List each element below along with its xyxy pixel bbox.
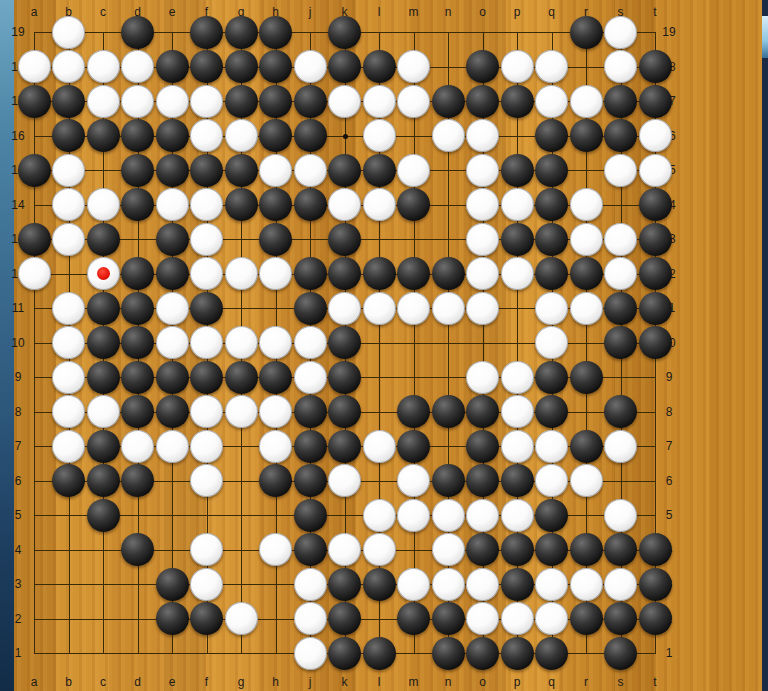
- stone-r6: [570, 464, 603, 497]
- stone-r17: [570, 85, 603, 118]
- column-label-bottom: r: [584, 676, 588, 688]
- stone-a17: [18, 85, 51, 118]
- column-label-bottom: c: [100, 676, 106, 688]
- stone-k3: [328, 568, 361, 601]
- stone-e7: [156, 430, 189, 463]
- stone-r16: [570, 119, 603, 152]
- stone-k8: [328, 395, 361, 428]
- stone-f17: [190, 85, 223, 118]
- stone-p4: [501, 533, 534, 566]
- stone-c18: [87, 50, 120, 83]
- stone-f4: [190, 533, 223, 566]
- stone-g16: [225, 119, 258, 152]
- stone-b6: [52, 464, 85, 497]
- stone-k18: [328, 50, 361, 83]
- stone-g10: [225, 326, 258, 359]
- grid-vertical-line: [414, 32, 415, 654]
- stone-q8: [535, 395, 568, 428]
- stone-r11: [570, 292, 603, 325]
- stone-m3: [397, 568, 430, 601]
- row-label-right: 8: [666, 406, 673, 418]
- stone-h14: [259, 188, 292, 221]
- stone-s4: [604, 533, 637, 566]
- row-label-left: 11: [12, 302, 24, 314]
- stone-k10: [328, 326, 361, 359]
- stone-n5: [432, 499, 465, 532]
- stone-j1: [294, 637, 327, 670]
- stone-m15: [397, 154, 430, 187]
- stone-r3: [570, 568, 603, 601]
- stone-d8: [121, 395, 154, 428]
- stone-h19: [259, 16, 292, 49]
- stone-p3: [501, 568, 534, 601]
- stone-t4: [639, 533, 672, 566]
- stone-l14: [363, 188, 396, 221]
- row-label-left: 19: [11, 26, 24, 38]
- column-label-bottom: l: [378, 676, 381, 688]
- stone-q14: [535, 188, 568, 221]
- column-label-bottom: m: [409, 676, 419, 688]
- column-label-bottom: d: [134, 676, 141, 688]
- stone-g9: [225, 361, 258, 394]
- row-label-right: 1: [666, 647, 673, 659]
- column-label-bottom: b: [65, 676, 72, 688]
- stone-f2: [190, 602, 223, 635]
- stone-l18: [363, 50, 396, 83]
- stone-a15: [18, 154, 51, 187]
- stone-s15: [604, 154, 637, 187]
- stone-f16: [190, 119, 223, 152]
- stone-b19: [52, 16, 85, 49]
- stone-t16: [639, 119, 672, 152]
- stone-o8: [466, 395, 499, 428]
- stone-e13: [156, 223, 189, 256]
- stone-q16: [535, 119, 568, 152]
- stone-k7: [328, 430, 361, 463]
- stone-f12: [190, 257, 223, 290]
- stone-q12: [535, 257, 568, 290]
- stone-b9: [52, 361, 85, 394]
- stone-q13: [535, 223, 568, 256]
- stone-m14: [397, 188, 430, 221]
- row-label-left: 14: [11, 199, 24, 211]
- stone-t3: [639, 568, 672, 601]
- go-game-screen: aa1919bb1818cc1717dd1616ee1515ff1414gg13…: [0, 0, 768, 691]
- stone-o16: [466, 119, 499, 152]
- stone-j14: [294, 188, 327, 221]
- column-label-top: o: [479, 6, 486, 18]
- stone-t13: [639, 223, 672, 256]
- stone-p14: [501, 188, 534, 221]
- column-label-top: t: [653, 6, 656, 18]
- stone-j4: [294, 533, 327, 566]
- stone-b15: [52, 154, 85, 187]
- stone-h15: [259, 154, 292, 187]
- stone-r7: [570, 430, 603, 463]
- stone-o2: [466, 602, 499, 635]
- row-label-left: 8: [15, 406, 22, 418]
- stone-l11: [363, 292, 396, 325]
- stone-k1: [328, 637, 361, 670]
- stone-f10: [190, 326, 223, 359]
- stone-n1: [432, 637, 465, 670]
- stone-f3: [190, 568, 223, 601]
- stone-e2: [156, 602, 189, 635]
- stone-d12: [121, 257, 154, 290]
- stone-e12: [156, 257, 189, 290]
- stone-o6: [466, 464, 499, 497]
- stone-d11: [121, 292, 154, 325]
- stone-n3: [432, 568, 465, 601]
- stone-c5: [87, 499, 120, 532]
- stone-k17: [328, 85, 361, 118]
- stone-b8: [52, 395, 85, 428]
- stone-e16: [156, 119, 189, 152]
- row-label-right: 19: [662, 26, 675, 38]
- stone-b16: [52, 119, 85, 152]
- stone-d19: [121, 16, 154, 49]
- stone-e3: [156, 568, 189, 601]
- stone-n11: [432, 292, 465, 325]
- stone-d16: [121, 119, 154, 152]
- stone-j9: [294, 361, 327, 394]
- stone-o15: [466, 154, 499, 187]
- stone-e10: [156, 326, 189, 359]
- stone-m11: [397, 292, 430, 325]
- column-label-bottom: q: [548, 676, 555, 688]
- stone-q10: [535, 326, 568, 359]
- stone-m12: [397, 257, 430, 290]
- stone-j6: [294, 464, 327, 497]
- stone-n2: [432, 602, 465, 635]
- stone-t11: [639, 292, 672, 325]
- stone-a18: [18, 50, 51, 83]
- stone-d4: [121, 533, 154, 566]
- column-label-top: e: [169, 6, 176, 18]
- column-label-bottom: a: [31, 676, 38, 688]
- stone-p17: [501, 85, 534, 118]
- stone-s16: [604, 119, 637, 152]
- stone-k12: [328, 257, 361, 290]
- column-label-top: j: [309, 6, 312, 18]
- stone-c7: [87, 430, 120, 463]
- column-label-top: q: [548, 6, 555, 18]
- stone-j16: [294, 119, 327, 152]
- row-label-left: 5: [15, 509, 22, 521]
- stone-m5: [397, 499, 430, 532]
- column-label-bottom: n: [445, 676, 452, 688]
- stone-r14: [570, 188, 603, 221]
- stone-c17: [87, 85, 120, 118]
- stone-n6: [432, 464, 465, 497]
- stone-d9: [121, 361, 154, 394]
- stone-h16: [259, 119, 292, 152]
- stone-b11: [52, 292, 85, 325]
- stone-o12: [466, 257, 499, 290]
- stone-g14: [225, 188, 258, 221]
- stone-q17: [535, 85, 568, 118]
- stone-q3: [535, 568, 568, 601]
- stone-m18: [397, 50, 430, 83]
- stone-f9: [190, 361, 223, 394]
- stone-e11: [156, 292, 189, 325]
- stone-p15: [501, 154, 534, 187]
- stone-n17: [432, 85, 465, 118]
- stone-f19: [190, 16, 223, 49]
- stone-k14: [328, 188, 361, 221]
- stone-o13: [466, 223, 499, 256]
- stone-p6: [501, 464, 534, 497]
- stone-a13: [18, 223, 51, 256]
- stone-q9: [535, 361, 568, 394]
- stone-h7: [259, 430, 292, 463]
- stone-k15: [328, 154, 361, 187]
- stone-m6: [397, 464, 430, 497]
- stone-q6: [535, 464, 568, 497]
- stone-h12: [259, 257, 292, 290]
- stone-h9: [259, 361, 292, 394]
- column-label-top: n: [445, 6, 452, 18]
- stone-g2: [225, 602, 258, 635]
- stone-p9: [501, 361, 534, 394]
- stone-k13: [328, 223, 361, 256]
- stone-g17: [225, 85, 258, 118]
- stone-l5: [363, 499, 396, 532]
- stone-p12: [501, 257, 534, 290]
- stone-d6: [121, 464, 154, 497]
- stone-s2: [604, 602, 637, 635]
- stone-c8: [87, 395, 120, 428]
- stone-p13: [501, 223, 534, 256]
- stone-r4: [570, 533, 603, 566]
- stone-q5: [535, 499, 568, 532]
- stone-c13: [87, 223, 120, 256]
- stone-h8: [259, 395, 292, 428]
- stone-h10: [259, 326, 292, 359]
- row-label-left: 6: [15, 475, 22, 487]
- stone-p1: [501, 637, 534, 670]
- stone-h18: [259, 50, 292, 83]
- stone-g12: [225, 257, 258, 290]
- star-point: [343, 134, 348, 139]
- stone-b17: [52, 85, 85, 118]
- stone-o7: [466, 430, 499, 463]
- stone-o17: [466, 85, 499, 118]
- stone-t10: [639, 326, 672, 359]
- stone-c11: [87, 292, 120, 325]
- stone-j12: [294, 257, 327, 290]
- row-label-left: 1: [15, 647, 22, 659]
- stone-l17: [363, 85, 396, 118]
- stone-h6: [259, 464, 292, 497]
- stone-c6: [87, 464, 120, 497]
- stone-s5: [604, 499, 637, 532]
- stone-g18: [225, 50, 258, 83]
- stone-q2: [535, 602, 568, 635]
- stone-l3: [363, 568, 396, 601]
- stone-e8: [156, 395, 189, 428]
- column-label-bottom: e: [169, 676, 176, 688]
- stone-m17: [397, 85, 430, 118]
- stone-q18: [535, 50, 568, 83]
- stone-b18: [52, 50, 85, 83]
- stone-b14: [52, 188, 85, 221]
- stone-k19: [328, 16, 361, 49]
- stone-o18: [466, 50, 499, 83]
- stone-e17: [156, 85, 189, 118]
- stone-l16: [363, 119, 396, 152]
- stone-l12: [363, 257, 396, 290]
- stone-p8: [501, 395, 534, 428]
- stone-t18: [639, 50, 672, 83]
- stone-q4: [535, 533, 568, 566]
- stone-f18: [190, 50, 223, 83]
- stone-t15: [639, 154, 672, 187]
- stone-n12: [432, 257, 465, 290]
- stone-l7: [363, 430, 396, 463]
- right-edge-strip: [762, 0, 768, 691]
- stone-e14: [156, 188, 189, 221]
- stone-s3: [604, 568, 637, 601]
- stone-m8: [397, 395, 430, 428]
- stone-h4: [259, 533, 292, 566]
- stone-l15: [363, 154, 396, 187]
- stone-j10: [294, 326, 327, 359]
- row-label-right: 7: [666, 440, 673, 452]
- row-label-right: 6: [666, 475, 673, 487]
- stone-c10: [87, 326, 120, 359]
- stone-f7: [190, 430, 223, 463]
- stone-s10: [604, 326, 637, 359]
- stone-s19: [604, 16, 637, 49]
- stone-s17: [604, 85, 637, 118]
- stone-l4: [363, 533, 396, 566]
- stone-q7: [535, 430, 568, 463]
- column-label-top: p: [514, 6, 521, 18]
- stone-q1: [535, 637, 568, 670]
- stone-b13: [52, 223, 85, 256]
- row-label-left: 9: [15, 371, 22, 383]
- stone-k11: [328, 292, 361, 325]
- stone-f14: [190, 188, 223, 221]
- stone-o14: [466, 188, 499, 221]
- row-label-left: 16: [11, 130, 24, 142]
- stone-s12: [604, 257, 637, 290]
- stone-j8: [294, 395, 327, 428]
- stone-r13: [570, 223, 603, 256]
- column-label-top: c: [100, 6, 106, 18]
- last-move-marker: [97, 267, 110, 280]
- row-label-left: 2: [15, 613, 22, 625]
- row-label-right: 9: [666, 371, 673, 383]
- row-label-right: 5: [666, 509, 673, 521]
- stone-k6: [328, 464, 361, 497]
- column-label-bottom: p: [514, 676, 521, 688]
- stone-o5: [466, 499, 499, 532]
- stone-k2: [328, 602, 361, 635]
- column-label-bottom: h: [272, 676, 279, 688]
- stone-h13: [259, 223, 292, 256]
- stone-h17: [259, 85, 292, 118]
- stone-o3: [466, 568, 499, 601]
- column-label-bottom: s: [618, 676, 624, 688]
- stone-d7: [121, 430, 154, 463]
- stone-s1: [604, 637, 637, 670]
- stone-c14: [87, 188, 120, 221]
- stone-g15: [225, 154, 258, 187]
- stone-p2: [501, 602, 534, 635]
- stone-t17: [639, 85, 672, 118]
- stone-e15: [156, 154, 189, 187]
- stone-j3: [294, 568, 327, 601]
- stone-o11: [466, 292, 499, 325]
- stone-t14: [639, 188, 672, 221]
- stone-f15: [190, 154, 223, 187]
- column-label-bottom: j: [309, 676, 312, 688]
- stone-e18: [156, 50, 189, 83]
- stone-g19: [225, 16, 258, 49]
- column-label-bottom: k: [342, 676, 348, 688]
- stone-r9: [570, 361, 603, 394]
- column-label-bottom: g: [238, 676, 245, 688]
- stone-o4: [466, 533, 499, 566]
- stone-p18: [501, 50, 534, 83]
- column-label-top: a: [31, 6, 38, 18]
- column-label-bottom: f: [205, 676, 208, 688]
- stone-t12: [639, 257, 672, 290]
- row-label-left: 4: [15, 544, 22, 556]
- stone-c16: [87, 119, 120, 152]
- stone-n16: [432, 119, 465, 152]
- stone-s13: [604, 223, 637, 256]
- stone-n4: [432, 533, 465, 566]
- stone-k9: [328, 361, 361, 394]
- column-label-top: l: [378, 6, 381, 18]
- stone-d10: [121, 326, 154, 359]
- stone-p5: [501, 499, 534, 532]
- stone-q11: [535, 292, 568, 325]
- stone-e9: [156, 361, 189, 394]
- column-label-bottom: o: [479, 676, 486, 688]
- stone-f6: [190, 464, 223, 497]
- stone-g8: [225, 395, 258, 428]
- stone-j15: [294, 154, 327, 187]
- stone-d14: [121, 188, 154, 221]
- stone-j7: [294, 430, 327, 463]
- stone-j2: [294, 602, 327, 635]
- stone-s8: [604, 395, 637, 428]
- stone-a12: [18, 257, 51, 290]
- stone-d17: [121, 85, 154, 118]
- stone-o9: [466, 361, 499, 394]
- row-label-left: 7: [15, 440, 22, 452]
- stone-b10: [52, 326, 85, 359]
- stone-r12: [570, 257, 603, 290]
- stone-q15: [535, 154, 568, 187]
- stone-j18: [294, 50, 327, 83]
- stone-d15: [121, 154, 154, 187]
- row-label-left: 3: [15, 578, 22, 590]
- stone-p7: [501, 430, 534, 463]
- stone-f11: [190, 292, 223, 325]
- stone-m7: [397, 430, 430, 463]
- stone-r2: [570, 602, 603, 635]
- stone-j17: [294, 85, 327, 118]
- stone-t2: [639, 602, 672, 635]
- stone-r19: [570, 16, 603, 49]
- right-edge-highlight: [762, 16, 768, 58]
- stone-s18: [604, 50, 637, 83]
